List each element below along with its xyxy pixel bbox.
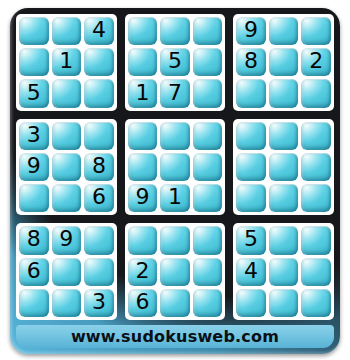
cell-r6c6[interactable] bbox=[193, 184, 223, 212]
given-digit: 8 bbox=[244, 50, 258, 72]
cell-r5c1[interactable]: 9 bbox=[19, 153, 49, 181]
cell-r4c7[interactable] bbox=[236, 122, 266, 150]
given-digit: 1 bbox=[168, 186, 182, 208]
given-digit: 1 bbox=[59, 50, 73, 72]
cell-r1c3[interactable]: 4 bbox=[84, 17, 114, 45]
cell-r3c3[interactable] bbox=[84, 79, 114, 107]
cell-r5c2[interactable] bbox=[52, 153, 82, 181]
cell-r9c5[interactable] bbox=[160, 289, 190, 317]
cell-r1c5[interactable] bbox=[160, 17, 190, 45]
cell-r1c1[interactable] bbox=[19, 17, 49, 45]
cell-r9c1[interactable] bbox=[19, 289, 49, 317]
cell-r8c9[interactable] bbox=[301, 258, 331, 286]
cell-r4c3[interactable] bbox=[84, 122, 114, 150]
cell-r3c9[interactable] bbox=[301, 79, 331, 107]
cell-r6c4[interactable]: 9 bbox=[128, 184, 158, 212]
given-digit: 5 bbox=[168, 50, 182, 72]
cell-r4c5[interactable] bbox=[160, 122, 190, 150]
cell-r4c8[interactable] bbox=[269, 122, 299, 150]
cell-r4c4[interactable] bbox=[128, 122, 158, 150]
cell-r1c4[interactable] bbox=[128, 17, 158, 45]
cell-r9c6[interactable] bbox=[193, 289, 223, 317]
sudoku-grid: 41551798239869189632654 bbox=[16, 14, 334, 320]
cell-r8c8[interactable] bbox=[269, 258, 299, 286]
cell-r8c5[interactable] bbox=[160, 258, 190, 286]
cell-r8c1[interactable]: 6 bbox=[19, 258, 49, 286]
cell-r2c4[interactable] bbox=[128, 48, 158, 76]
page: 41551798239869189632654 www.sudokusweb.c… bbox=[0, 0, 350, 360]
given-digit: 4 bbox=[244, 260, 258, 282]
cell-r3c4[interactable]: 1 bbox=[128, 79, 158, 107]
given-digit: 2 bbox=[135, 260, 149, 282]
cell-r8c6[interactable] bbox=[193, 258, 223, 286]
cell-r6c3[interactable]: 6 bbox=[84, 184, 114, 212]
box-3-2: 26 bbox=[125, 223, 226, 320]
cell-r9c4[interactable]: 6 bbox=[128, 289, 158, 317]
cell-r2c8[interactable] bbox=[269, 48, 299, 76]
cell-r2c5[interactable]: 5 bbox=[160, 48, 190, 76]
box-3-1: 8963 bbox=[16, 223, 117, 320]
sudoku-board-frame: 41551798239869189632654 www.sudokusweb.c… bbox=[10, 8, 340, 354]
box-1-3: 982 bbox=[233, 14, 334, 111]
cell-r6c8[interactable] bbox=[269, 184, 299, 212]
given-digit: 5 bbox=[244, 228, 258, 250]
cell-r7c4[interactable] bbox=[128, 226, 158, 254]
cell-r9c8[interactable] bbox=[269, 289, 299, 317]
given-digit: 8 bbox=[27, 228, 41, 250]
given-digit: 5 bbox=[27, 82, 41, 104]
cell-r3c2[interactable] bbox=[52, 79, 82, 107]
cell-r8c2[interactable] bbox=[52, 258, 82, 286]
box-3-3: 54 bbox=[233, 223, 334, 320]
footer-bar: www.sudokusweb.com bbox=[16, 325, 334, 348]
cell-r9c7[interactable] bbox=[236, 289, 266, 317]
box-2-2: 91 bbox=[125, 119, 226, 216]
cell-r9c9[interactable] bbox=[301, 289, 331, 317]
cell-r2c9[interactable]: 2 bbox=[301, 48, 331, 76]
given-digit: 8 bbox=[92, 155, 106, 177]
given-digit: 4 bbox=[92, 19, 106, 41]
cell-r8c3[interactable] bbox=[84, 258, 114, 286]
cell-r5c3[interactable]: 8 bbox=[84, 153, 114, 181]
cell-r7c2[interactable]: 9 bbox=[52, 226, 82, 254]
cell-r2c6[interactable] bbox=[193, 48, 223, 76]
cell-r7c6[interactable] bbox=[193, 226, 223, 254]
cell-r3c6[interactable] bbox=[193, 79, 223, 107]
cell-r2c1[interactable] bbox=[19, 48, 49, 76]
cell-r2c2[interactable]: 1 bbox=[52, 48, 82, 76]
cell-r2c7[interactable]: 8 bbox=[236, 48, 266, 76]
cell-r6c9[interactable] bbox=[301, 184, 331, 212]
cell-r6c2[interactable] bbox=[52, 184, 82, 212]
cell-r1c9[interactable] bbox=[301, 17, 331, 45]
cell-r6c1[interactable] bbox=[19, 184, 49, 212]
cell-r4c2[interactable] bbox=[52, 122, 82, 150]
given-digit: 7 bbox=[168, 82, 182, 104]
box-2-1: 3986 bbox=[16, 119, 117, 216]
given-digit: 2 bbox=[309, 50, 323, 72]
given-digit: 6 bbox=[92, 186, 106, 208]
cell-r4c6[interactable] bbox=[193, 122, 223, 150]
cell-r3c5[interactable]: 7 bbox=[160, 79, 190, 107]
cell-r5c8[interactable] bbox=[269, 153, 299, 181]
given-digit: 9 bbox=[244, 19, 258, 41]
cell-r5c7[interactable] bbox=[236, 153, 266, 181]
cell-r3c8[interactable] bbox=[269, 79, 299, 107]
cell-r1c7[interactable]: 9 bbox=[236, 17, 266, 45]
website-url: www.sudokusweb.com bbox=[71, 327, 279, 346]
cell-r1c6[interactable] bbox=[193, 17, 223, 45]
cell-r8c4[interactable]: 2 bbox=[128, 258, 158, 286]
cell-r9c2[interactable] bbox=[52, 289, 82, 317]
cell-r6c7[interactable] bbox=[236, 184, 266, 212]
given-digit: 1 bbox=[135, 82, 149, 104]
cell-r2c3[interactable] bbox=[84, 48, 114, 76]
cell-r4c9[interactable] bbox=[301, 122, 331, 150]
cell-r3c7[interactable] bbox=[236, 79, 266, 107]
cell-r7c8[interactable] bbox=[269, 226, 299, 254]
cell-r6c5[interactable]: 1 bbox=[160, 184, 190, 212]
given-digit: 3 bbox=[92, 291, 106, 313]
given-digit: 9 bbox=[59, 228, 73, 250]
cell-r9c3[interactable]: 3 bbox=[84, 289, 114, 317]
cell-r5c5[interactable] bbox=[160, 153, 190, 181]
cell-r7c7[interactable]: 5 bbox=[236, 226, 266, 254]
cell-r5c4[interactable] bbox=[128, 153, 158, 181]
cell-r1c8[interactable] bbox=[269, 17, 299, 45]
box-2-3 bbox=[233, 119, 334, 216]
cell-r7c9[interactable] bbox=[301, 226, 331, 254]
box-1-1: 415 bbox=[16, 14, 117, 111]
given-digit: 9 bbox=[27, 155, 41, 177]
cell-r7c3[interactable] bbox=[84, 226, 114, 254]
cell-r7c1[interactable]: 8 bbox=[19, 226, 49, 254]
given-digit: 6 bbox=[135, 291, 149, 313]
cell-r7c5[interactable] bbox=[160, 226, 190, 254]
cell-r4c1[interactable]: 3 bbox=[19, 122, 49, 150]
cell-r5c9[interactable] bbox=[301, 153, 331, 181]
cell-r3c1[interactable]: 5 bbox=[19, 79, 49, 107]
box-1-2: 517 bbox=[125, 14, 226, 111]
cell-r1c2[interactable] bbox=[52, 17, 82, 45]
cell-r8c7[interactable]: 4 bbox=[236, 258, 266, 286]
cell-r5c6[interactable] bbox=[193, 153, 223, 181]
given-digit: 6 bbox=[27, 260, 41, 282]
given-digit: 9 bbox=[135, 186, 149, 208]
given-digit: 3 bbox=[27, 124, 41, 146]
